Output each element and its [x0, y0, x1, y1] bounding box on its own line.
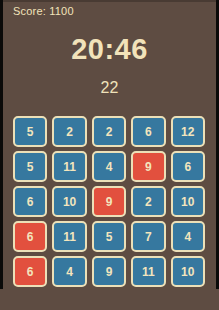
tile-r2c3[interactable]: 4 [92, 151, 126, 182]
tile-r3c5[interactable]: 10 [171, 186, 205, 217]
board-grid: 52261251149661092106115746491110 [13, 116, 205, 287]
tile-r2c4[interactable]: 9 [131, 151, 165, 182]
tile-r1c4[interactable]: 6 [131, 116, 165, 147]
tile-r5c5[interactable]: 10 [171, 256, 205, 287]
timer-display: 20:46 [0, 33, 219, 66]
tile-r4c4[interactable]: 7 [131, 221, 165, 252]
tile-r1c5[interactable]: 12 [171, 116, 205, 147]
tile-r5c4[interactable]: 11 [131, 256, 165, 287]
tile-r1c1[interactable]: 5 [13, 116, 47, 147]
target-number: 22 [0, 79, 219, 97]
tile-r3c2[interactable]: 10 [52, 186, 86, 217]
tile-r3c4[interactable]: 2 [131, 186, 165, 217]
tile-r4c1[interactable]: 6 [13, 221, 47, 252]
score-label: Score: 1100 [13, 5, 74, 17]
tile-r5c1[interactable]: 6 [13, 256, 47, 287]
tile-r2c1[interactable]: 5 [13, 151, 47, 182]
tile-r3c1[interactable]: 6 [13, 186, 47, 217]
tile-r4c3[interactable]: 5 [92, 221, 126, 252]
tile-r4c5[interactable]: 4 [171, 221, 205, 252]
tile-r3c3[interactable]: 9 [92, 186, 126, 217]
tile-r1c3[interactable]: 2 [92, 116, 126, 147]
tile-r5c3[interactable]: 9 [92, 256, 126, 287]
tile-r1c2[interactable]: 2 [52, 116, 86, 147]
tile-r4c2[interactable]: 11 [52, 221, 86, 252]
tile-r5c2[interactable]: 4 [52, 256, 86, 287]
tile-r2c2[interactable]: 11 [52, 151, 86, 182]
top-shade-line [0, 0, 219, 2]
tile-r2c5[interactable]: 6 [171, 151, 205, 182]
